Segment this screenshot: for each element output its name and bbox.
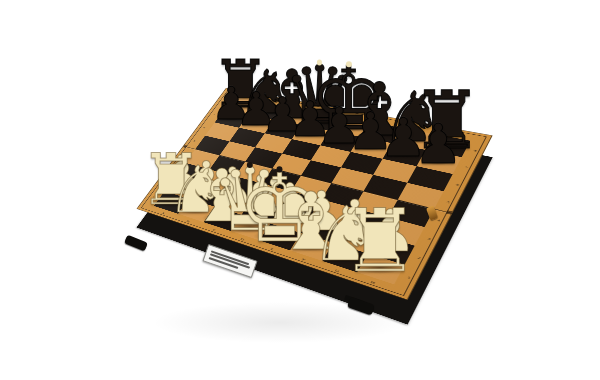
case-latch — [124, 235, 148, 252]
rank-label-right: 3 — [427, 237, 431, 241]
rank-label-left: 6 — [202, 127, 205, 129]
piece-black-pawn[interactable]: ♟ — [414, 117, 463, 172]
piece-white-rook[interactable]: ♜ — [341, 198, 419, 285]
rank-label-right: 4 — [437, 219, 441, 222]
rank-label-right: 6 — [455, 183, 459, 186]
product-photo: AABBCCDDEEFFGGHH8877665544332211 ♜♞♝♛♚♝♞… — [0, 0, 600, 380]
fold-hinge-mark — [446, 210, 452, 214]
white-finial — [276, 166, 283, 173]
black-finial — [346, 61, 352, 67]
rank-label-right: 5 — [446, 201, 450, 204]
